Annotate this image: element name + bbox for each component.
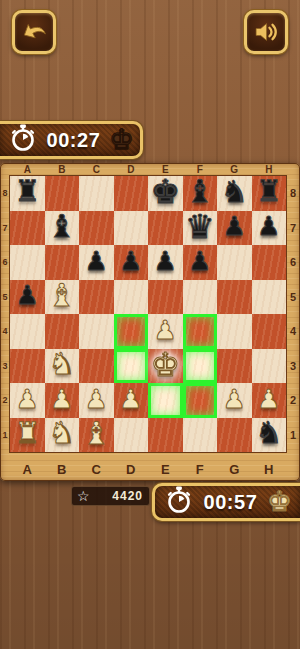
square-g4[interactable] [217,314,252,349]
square-b2[interactable]: ♟ [45,383,80,418]
square-e5[interactable] [148,280,183,315]
score-value: 4420 [112,489,143,503]
back-button[interactable] [12,10,56,54]
square-a3[interactable] [10,349,45,384]
player-clock-panel: 00:57 ♚ [152,483,300,521]
rank-label-1: 1 [286,418,300,453]
square-b4[interactable] [45,314,80,349]
square-g5[interactable] [217,280,252,315]
square-b5[interactable]: ♝ [45,280,80,315]
square-e4[interactable]: ♟ [148,314,183,349]
piece-black-pawn[interactable]: ♟ [119,248,142,274]
file-label-b: B [45,457,80,481]
square-d7[interactable] [114,211,149,246]
piece-white-pawn[interactable]: ♟ [223,386,246,412]
stopwatch-icon [8,123,38,157]
square-a8[interactable]: ♜ [10,176,45,211]
rank-label-3: 3 [286,349,300,384]
file-label-b: B [45,163,80,176]
square-h6[interactable] [252,245,287,280]
square-e8[interactable]: ♚ [148,176,183,211]
square-b8[interactable] [45,176,80,211]
square-c8[interactable] [79,176,114,211]
rank-label-7: 7 [0,211,10,246]
rank-label-8: 8 [0,176,10,211]
piece-white-pawn[interactable]: ♟ [257,386,280,412]
square-e2[interactable] [148,383,183,418]
piece-black-pawn[interactable]: ♟ [188,248,211,274]
square-a7[interactable] [10,211,45,246]
square-d4[interactable] [114,314,149,349]
piece-white-pawn[interactable]: ♟ [16,386,39,412]
rank-label-4: 4 [286,314,300,349]
piece-white-pawn[interactable]: ♟ [154,317,177,343]
piece-black-pawn[interactable]: ♟ [223,213,246,239]
square-g7[interactable]: ♟ [217,211,252,246]
piece-white-knight[interactable]: ♞ [48,418,75,448]
rank-label-1: 1 [0,418,10,453]
undo-arrow-icon [20,18,48,46]
square-c1[interactable]: ♝ [79,418,114,453]
square-b1[interactable]: ♞ [45,418,80,453]
square-f2[interactable] [183,383,218,418]
piece-black-bishop[interactable]: ♝ [48,211,76,242]
piece-white-knight[interactable]: ♞ [48,349,75,379]
square-c2[interactable]: ♟ [79,383,114,418]
piece-white-pawn[interactable]: ♟ [119,386,142,412]
square-g6[interactable] [217,245,252,280]
file-label-h: H [252,457,287,481]
player-time: 00:57 [194,491,267,514]
square-h5[interactable] [252,280,287,315]
piece-black-queen[interactable]: ♛ [185,210,215,243]
board-grid[interactable]: ♜♚♝♞♜♝♛♟♟♟♟♟♟♟♝♟♞♚♟♟♟♟♟♟♜♞♝♞ [10,176,286,452]
chess-app-screen: 00:27 ♚ ABCDEFGH 87654321 ♜♚♝♞♜♝♛♟♟♟♟♟♟♟… [0,0,300,649]
file-label-a: A [10,457,45,481]
piece-white-bishop[interactable]: ♝ [82,418,110,449]
piece-black-rook[interactable]: ♜ [14,177,40,206]
rank-label-7: 7 [286,211,300,246]
rank-label-3: 3 [0,349,10,384]
square-e7[interactable] [148,211,183,246]
square-a4[interactable] [10,314,45,349]
square-f4[interactable] [183,314,218,349]
opponent-time: 00:27 [38,129,109,152]
rank-label-4: 4 [0,314,10,349]
square-c6[interactable]: ♟ [79,245,114,280]
square-a6[interactable] [10,245,45,280]
piece-black-pawn[interactable]: ♟ [154,248,177,274]
rank-label-6: 6 [0,245,10,280]
rank-label-8: 8 [286,176,300,211]
score-panel: ☆ 4420 [71,486,150,506]
square-f3[interactable] [183,349,218,384]
file-label-e: E [148,457,183,481]
piece-black-knight[interactable]: ♞ [255,418,282,448]
square-d2[interactable]: ♟ [114,383,149,418]
square-b7[interactable]: ♝ [45,211,80,246]
file-label-c: C [79,163,114,176]
square-g3[interactable] [217,349,252,384]
square-d5[interactable] [114,280,149,315]
rank-labels-right: 87654321 [286,176,300,452]
piece-white-bishop[interactable]: ♝ [48,280,76,311]
square-f6[interactable]: ♟ [183,245,218,280]
file-label-d: D [114,457,149,481]
piece-black-bishop[interactable]: ♝ [186,176,214,207]
white-king-icon: ♚ [267,488,292,516]
piece-black-king[interactable]: ♚ [150,175,180,208]
square-e3[interactable]: ♚ [148,349,183,384]
file-label-f: F [183,457,218,481]
chess-board-frame: ABCDEFGH 87654321 ♜♚♝♞♜♝♛♟♟♟♟♟♟♟♝♟♞♚♟♟♟♟… [0,163,300,481]
square-a2[interactable]: ♟ [10,383,45,418]
square-h8[interactable]: ♜ [252,176,287,211]
square-c7[interactable] [79,211,114,246]
sound-button[interactable] [244,10,288,54]
square-c4[interactable] [79,314,114,349]
square-h2[interactable]: ♟ [252,383,287,418]
square-c5[interactable] [79,280,114,315]
rank-label-2: 2 [0,383,10,418]
piece-black-rook[interactable]: ♜ [256,177,282,206]
square-h3[interactable] [252,349,287,384]
square-a1[interactable]: ♜ [10,418,45,453]
square-h7[interactable]: ♟ [252,211,287,246]
piece-black-pawn[interactable]: ♟ [85,248,108,274]
square-g1[interactable] [217,418,252,453]
square-h4[interactable] [252,314,287,349]
square-c3[interactable] [79,349,114,384]
square-f7[interactable]: ♛ [183,211,218,246]
piece-white-rook[interactable]: ♜ [14,419,40,448]
piece-white-pawn[interactable]: ♟ [85,386,108,412]
square-d3[interactable] [114,349,149,384]
rank-label-2: 2 [286,383,300,418]
file-label-c: C [79,457,114,481]
rank-label-5: 5 [0,280,10,315]
square-e6[interactable]: ♟ [148,245,183,280]
black-king-icon: ♚ [109,126,134,154]
speaker-icon [252,18,280,46]
square-g2[interactable]: ♟ [217,383,252,418]
piece-black-knight[interactable]: ♞ [221,177,248,207]
rank-label-6: 6 [286,245,300,280]
square-d8[interactable] [114,176,149,211]
file-labels-bottom: ABCDEFGH [10,452,286,481]
file-label-d: D [114,163,149,176]
square-f5[interactable] [183,280,218,315]
opponent-clock-panel: 00:27 ♚ [0,121,143,159]
piece-white-pawn[interactable]: ♟ [50,386,73,412]
star-icon: ☆ [77,489,90,503]
piece-black-pawn[interactable]: ♟ [257,213,280,239]
file-label-g: G [217,457,252,481]
square-e1[interactable] [148,418,183,453]
square-b3[interactable]: ♞ [45,349,80,384]
piece-white-king[interactable]: ♚ [150,348,180,381]
square-a5[interactable]: ♟ [10,280,45,315]
piece-black-pawn[interactable]: ♟ [16,282,39,308]
square-d6[interactable]: ♟ [114,245,149,280]
stopwatch-icon [164,485,194,519]
square-f8[interactable]: ♝ [183,176,218,211]
square-g8[interactable]: ♞ [217,176,252,211]
rank-labels-left: 87654321 [0,176,10,452]
square-h1[interactable]: ♞ [252,418,287,453]
square-b6[interactable] [45,245,80,280]
square-d1[interactable] [114,418,149,453]
rank-label-5: 5 [286,280,300,315]
square-f1[interactable] [183,418,218,453]
